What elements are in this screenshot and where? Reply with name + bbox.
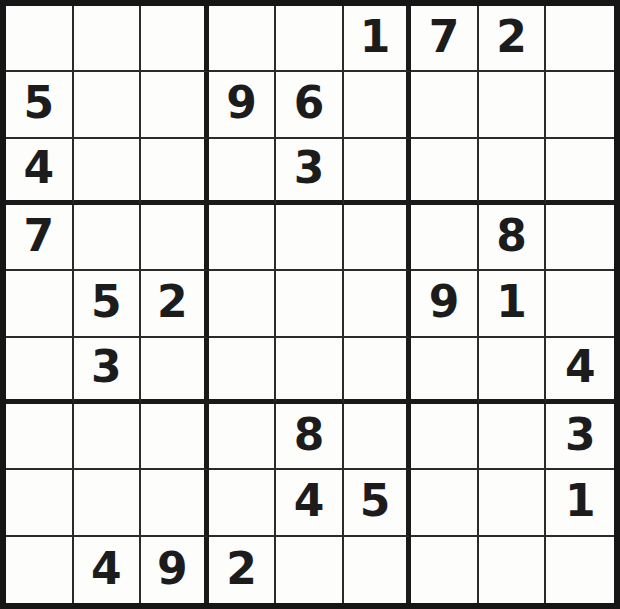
- cell-r6c1[interactable]: [6, 338, 74, 404]
- sudoku-puzzle: 172596437852913483451492: [0, 0, 620, 609]
- cell-r1c3[interactable]: [141, 6, 209, 72]
- cell-r5c9[interactable]: [546, 271, 614, 337]
- cell-r8c5[interactable]: 4: [276, 470, 344, 536]
- cell-r6c2[interactable]: 3: [74, 338, 142, 404]
- cell-r9c3[interactable]: 9: [141, 537, 209, 603]
- cell-r3c8[interactable]: [479, 139, 547, 205]
- cell-r4c8[interactable]: 8: [479, 205, 547, 271]
- given-digit: 8: [496, 214, 527, 258]
- cell-r9c6[interactable]: [344, 537, 412, 603]
- cell-r6c3[interactable]: [141, 338, 209, 404]
- cell-r5c5[interactable]: [276, 271, 344, 337]
- cell-r2c6[interactable]: [344, 72, 412, 138]
- cell-r9c8[interactable]: [479, 537, 547, 603]
- cell-r2c1[interactable]: 5: [6, 72, 74, 138]
- given-digit: 4: [23, 146, 54, 190]
- given-digit: 4: [294, 479, 325, 523]
- given-digit: 4: [91, 547, 122, 591]
- cell-r4c4[interactable]: [209, 205, 277, 271]
- cell-r5c4[interactable]: [209, 271, 277, 337]
- given-digit: 4: [565, 345, 596, 389]
- cell-r7c2[interactable]: [74, 404, 142, 470]
- cell-r8c4[interactable]: [209, 470, 277, 536]
- given-digit: 3: [294, 146, 325, 190]
- cell-r9c4[interactable]: 2: [209, 537, 277, 603]
- cell-r3c7[interactable]: [411, 139, 479, 205]
- cell-r2c9[interactable]: [546, 72, 614, 138]
- cell-r7c8[interactable]: [479, 404, 547, 470]
- cell-r1c8[interactable]: 2: [479, 6, 547, 72]
- cell-r9c5[interactable]: [276, 537, 344, 603]
- cell-r2c4[interactable]: 9: [209, 72, 277, 138]
- given-digit: 3: [565, 413, 596, 457]
- cell-r9c7[interactable]: [411, 537, 479, 603]
- cell-r8c8[interactable]: [479, 470, 547, 536]
- cell-r3c6[interactable]: [344, 139, 412, 205]
- given-digit: 1: [360, 15, 391, 59]
- cell-r1c5[interactable]: [276, 6, 344, 72]
- given-digit: 3: [91, 345, 122, 389]
- cell-r6c6[interactable]: [344, 338, 412, 404]
- cell-r5c2[interactable]: 5: [74, 271, 142, 337]
- cell-r5c6[interactable]: [344, 271, 412, 337]
- given-digit: 9: [429, 280, 460, 324]
- cell-r7c6[interactable]: [344, 404, 412, 470]
- cell-r3c3[interactable]: [141, 139, 209, 205]
- cell-r6c5[interactable]: [276, 338, 344, 404]
- given-digit: 9: [226, 81, 257, 125]
- given-digit: 5: [360, 479, 391, 523]
- cell-r7c3[interactable]: [141, 404, 209, 470]
- cell-r3c9[interactable]: [546, 139, 614, 205]
- given-digit: 5: [91, 280, 122, 324]
- cell-r5c1[interactable]: [6, 271, 74, 337]
- cell-r7c5[interactable]: 8: [276, 404, 344, 470]
- cell-r6c4[interactable]: [209, 338, 277, 404]
- given-digit: 2: [226, 547, 257, 591]
- cell-r1c4[interactable]: [209, 6, 277, 72]
- cell-r5c8[interactable]: 1: [479, 271, 547, 337]
- cell-r7c4[interactable]: [209, 404, 277, 470]
- cell-r8c9[interactable]: 1: [546, 470, 614, 536]
- given-digit: 7: [23, 214, 54, 258]
- cell-r1c2[interactable]: [74, 6, 142, 72]
- given-digit: 6: [294, 81, 325, 125]
- cell-r9c9[interactable]: [546, 537, 614, 603]
- given-digit: 1: [496, 280, 527, 324]
- cell-r4c6[interactable]: [344, 205, 412, 271]
- cell-r7c7[interactable]: [411, 404, 479, 470]
- cell-r8c7[interactable]: [411, 470, 479, 536]
- given-digit: 8: [294, 413, 325, 457]
- cell-r3c4[interactable]: [209, 139, 277, 205]
- cell-r6c9[interactable]: 4: [546, 338, 614, 404]
- cell-r4c5[interactable]: [276, 205, 344, 271]
- cell-r3c2[interactable]: [74, 139, 142, 205]
- cell-r4c9[interactable]: [546, 205, 614, 271]
- cell-r9c2[interactable]: 4: [74, 537, 142, 603]
- cell-r4c3[interactable]: [141, 205, 209, 271]
- given-digit: 5: [23, 81, 54, 125]
- cell-r8c1[interactable]: [6, 470, 74, 536]
- cell-r8c3[interactable]: [141, 470, 209, 536]
- given-digit: 9: [157, 547, 188, 591]
- cell-r7c1[interactable]: [6, 404, 74, 470]
- cell-r1c1[interactable]: [6, 6, 74, 72]
- cell-r4c1[interactable]: 7: [6, 205, 74, 271]
- cell-r5c7[interactable]: 9: [411, 271, 479, 337]
- cell-r8c6[interactable]: 5: [344, 470, 412, 536]
- cell-r2c2[interactable]: [74, 72, 142, 138]
- cell-r9c1[interactable]: [6, 537, 74, 603]
- cell-r1c6[interactable]: 1: [344, 6, 412, 72]
- cell-r6c7[interactable]: [411, 338, 479, 404]
- cell-r7c9[interactable]: 3: [546, 404, 614, 470]
- cell-r2c5[interactable]: 6: [276, 72, 344, 138]
- cell-r1c7[interactable]: 7: [411, 6, 479, 72]
- cell-r2c7[interactable]: [411, 72, 479, 138]
- given-digit: 2: [496, 15, 527, 59]
- cell-r6c8[interactable]: [479, 338, 547, 404]
- sudoku-board: 172596437852913483451492: [0, 0, 620, 609]
- given-digit: 7: [429, 15, 460, 59]
- cell-r3c5[interactable]: 3: [276, 139, 344, 205]
- cell-r3c1[interactable]: 4: [6, 139, 74, 205]
- cell-r4c7[interactable]: [411, 205, 479, 271]
- cell-r5c3[interactable]: 2: [141, 271, 209, 337]
- cell-r4c2[interactable]: [74, 205, 142, 271]
- cell-r1c9[interactable]: [546, 6, 614, 72]
- cell-r2c8[interactable]: [479, 72, 547, 138]
- cell-r8c2[interactable]: [74, 470, 142, 536]
- given-digit: 2: [157, 280, 188, 324]
- given-digit: 1: [565, 479, 596, 523]
- cell-r2c3[interactable]: [141, 72, 209, 138]
